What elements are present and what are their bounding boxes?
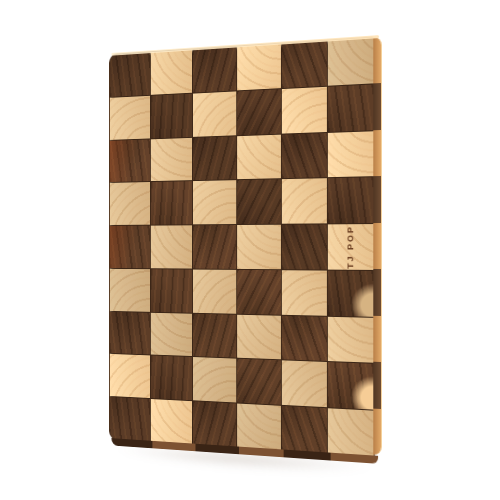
- board-cell: [151, 49, 192, 94]
- brand-logo: TJ POP: [345, 225, 354, 269]
- board-cell: [110, 139, 150, 182]
- board-cell: [282, 224, 327, 269]
- board-cell: [151, 181, 192, 224]
- board-cell: [282, 270, 327, 315]
- board-right-edge-segment: [373, 223, 381, 269]
- board-cell: [282, 87, 327, 134]
- board-right-edge-segment: [373, 176, 381, 222]
- board-right-edge-segment: [373, 315, 381, 362]
- board-cell: [110, 96, 150, 140]
- board-cell: [193, 269, 236, 313]
- board-cell: [151, 225, 192, 268]
- board-cell: [110, 226, 150, 268]
- board-grid: TJ POP: [109, 36, 375, 457]
- board-right-edge-segment: [373, 362, 381, 409]
- board-cell: [151, 399, 192, 444]
- board-cell: [237, 180, 281, 225]
- board-cell: [193, 225, 236, 269]
- board-cell: [110, 397, 150, 442]
- board-right-edge-segment: [373, 408, 381, 455]
- board-cell: [110, 182, 150, 225]
- board-cell: [282, 361, 327, 408]
- board-cell: [237, 314, 281, 359]
- board-right-edge-segment: [373, 83, 381, 130]
- board-cell: [237, 225, 281, 269]
- board-cell: [282, 406, 327, 453]
- board-cell: [110, 269, 150, 312]
- product-photo: TJ POP: [0, 0, 500, 500]
- board-cell: [193, 401, 236, 447]
- board-cell: [237, 270, 281, 315]
- board-cell: [193, 313, 236, 358]
- board-cell: [151, 312, 192, 356]
- board-right-edge-segment: [373, 269, 381, 315]
- board-cell: [110, 312, 150, 355]
- board-cell: [237, 359, 281, 405]
- board-cell: [237, 89, 281, 135]
- board-cell: [282, 315, 327, 361]
- board-cell: [328, 37, 375, 85]
- board-cell: [193, 47, 236, 93]
- board-cell: [151, 93, 192, 138]
- board-right-edge: [373, 37, 382, 455]
- board-cell: [193, 180, 236, 224]
- board-cell: [328, 84, 375, 131]
- board-cell: [282, 41, 327, 88]
- board-right-edge-segment: [373, 130, 381, 177]
- board-cell: [282, 133, 327, 179]
- board-cell: [110, 354, 150, 398]
- board-cell: [193, 357, 236, 402]
- board-cell: [282, 179, 327, 224]
- board-cell: [237, 44, 281, 91]
- board-cell: [237, 404, 281, 451]
- board-cell: [328, 362, 375, 409]
- board-cell: [328, 316, 375, 363]
- board-cell: [110, 52, 150, 97]
- board-cell: [193, 136, 236, 181]
- board-cell: [328, 177, 375, 223]
- board-cell: [151, 269, 192, 312]
- board-cell: [151, 137, 192, 181]
- board-cell: [328, 270, 375, 316]
- board-cell: [237, 134, 281, 179]
- cutting-board: TJ POP: [109, 36, 381, 456]
- board-cell: [328, 408, 375, 456]
- board-cell: TJ POP: [328, 224, 375, 270]
- board-cell: [193, 91, 236, 136]
- board-right-edge-segment: [373, 37, 381, 84]
- board-cell: [328, 131, 375, 178]
- board-cell: [151, 356, 192, 401]
